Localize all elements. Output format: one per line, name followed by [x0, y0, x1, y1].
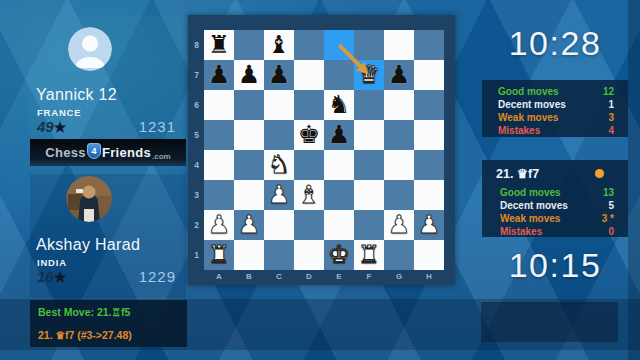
piece-black-knight[interactable]: ♞: [328, 90, 350, 120]
logo-text-com: .com: [152, 152, 171, 166]
stat-value: 13: [603, 187, 614, 199]
rank-label-4: 4: [191, 150, 202, 180]
square-h7[interactable]: [414, 60, 444, 90]
square-d3[interactable]: ♝: [294, 180, 324, 210]
square-e7[interactable]: [324, 60, 354, 90]
rank-label-2: 2: [191, 210, 202, 240]
bottom-right-panel: [481, 302, 618, 342]
piece-white-pawn[interactable]: ♟: [268, 180, 290, 210]
square-b3[interactable]: [234, 180, 264, 210]
square-c1[interactable]: [264, 240, 294, 270]
square-a5[interactable]: [204, 120, 234, 150]
square-e1[interactable]: ♚: [324, 240, 354, 270]
player-name-bottom: Akshay Harad: [36, 236, 182, 254]
square-a4[interactable]: [204, 150, 234, 180]
player-rating-bottom: 1229: [139, 268, 176, 285]
file-label-a: A: [204, 271, 234, 283]
piece-white-pawn[interactable]: ♟: [388, 210, 410, 240]
square-c6[interactable]: [264, 90, 294, 120]
piece-black-pawn[interactable]: ♟: [208, 60, 230, 90]
piece-white-knight[interactable]: ♞: [268, 150, 290, 180]
player-rating-top: 1231: [139, 118, 176, 135]
square-e4[interactable]: [324, 150, 354, 180]
square-b7[interactable]: ♟: [234, 60, 264, 90]
player-photo: [66, 176, 112, 222]
square-g7[interactable]: ♟: [384, 60, 414, 90]
player-card-bottom: Akshay Harad INDIA 16★ 1229: [30, 174, 186, 298]
piece-black-bishop[interactable]: ♝: [268, 30, 290, 60]
piece-black-rook[interactable]: ♜: [208, 30, 230, 60]
square-h4[interactable]: [414, 150, 444, 180]
file-label-c: C: [264, 271, 294, 283]
square-h3[interactable]: [414, 180, 444, 210]
right-edge-strip: [628, 0, 640, 360]
file-label-d: D: [294, 271, 324, 283]
square-c8[interactable]: ♝: [264, 30, 294, 60]
move-stats-panel: 21. ♛f7 Good moves13 Decent moves5 Weak …: [482, 160, 628, 237]
player-avatar-silhouette: [68, 27, 112, 71]
square-c3[interactable]: ♟: [264, 180, 294, 210]
square-f8[interactable]: [354, 30, 384, 60]
stat-value: 3 *: [602, 213, 614, 225]
stats-panel-top: Good moves12 Decent moves1 Weak moves3 M…: [482, 80, 628, 137]
square-f7[interactable]: ♛: [354, 60, 384, 90]
piece-white-pawn[interactable]: ♟: [208, 210, 230, 240]
piece-white-pawn[interactable]: ♟: [418, 210, 440, 240]
file-label-e: E: [324, 271, 354, 283]
square-g5[interactable]: [384, 120, 414, 150]
square-e2[interactable]: [324, 210, 354, 240]
star-icon: ★: [54, 119, 67, 135]
square-a7[interactable]: ♟: [204, 60, 234, 90]
clock-bottom: 10:15: [482, 246, 628, 285]
file-label-f: F: [354, 271, 384, 283]
square-d4[interactable]: [294, 150, 324, 180]
rank-label-3: 3: [191, 180, 202, 210]
square-b6[interactable]: [234, 90, 264, 120]
square-b5[interactable]: [234, 120, 264, 150]
square-c5[interactable]: [264, 120, 294, 150]
player-stars-top: 49★: [37, 118, 66, 135]
player-stars-bottom: 16★: [37, 268, 66, 285]
logo-text-friends: Friends: [102, 145, 151, 160]
rank-label-5: 5: [191, 120, 202, 150]
square-a2[interactable]: ♟: [204, 210, 234, 240]
square-d6[interactable]: [294, 90, 324, 120]
stat-label: Decent moves: [500, 200, 568, 212]
square-c7[interactable]: ♟: [264, 60, 294, 90]
square-d7[interactable]: [294, 60, 324, 90]
piece-white-king[interactable]: ♚: [328, 240, 350, 270]
square-d1[interactable]: [294, 240, 324, 270]
square-e8[interactable]: [324, 30, 354, 60]
square-g2[interactable]: ♟: [384, 210, 414, 240]
square-d8[interactable]: [294, 30, 324, 60]
chess4friends-logo: Chess 4 Friends .com: [30, 139, 186, 166]
square-g6[interactable]: [384, 90, 414, 120]
square-d5[interactable]: ♚: [294, 120, 324, 150]
square-d2[interactable]: [294, 210, 324, 240]
piece-black-pawn[interactable]: ♟: [268, 60, 290, 90]
square-f5[interactable]: [354, 120, 384, 150]
player-card-top: Yannick 12 FRANCE 49★ 1231: [30, 16, 186, 138]
square-a8[interactable]: ♜: [204, 30, 234, 60]
best-move-text: Best Move: 21.♖f5: [38, 306, 179, 318]
piece-white-queen[interactable]: ♛: [358, 60, 380, 90]
piece-white-bishop[interactable]: ♝: [298, 180, 320, 210]
played-move-text: 21. ♛f7 (#3->27.48): [38, 329, 179, 341]
square-f1[interactable]: ♜: [354, 240, 384, 270]
square-e5[interactable]: ♟: [324, 120, 354, 150]
logo-text-chess: Chess: [45, 145, 86, 160]
piece-black-pawn[interactable]: ♟: [388, 60, 410, 90]
logo-shield-icon: 4: [87, 143, 101, 159]
player-country-top: FRANCE: [37, 107, 81, 118]
rank-label-1: 1: [191, 240, 202, 270]
square-g1[interactable]: [384, 240, 414, 270]
square-e6[interactable]: ♞: [324, 90, 354, 120]
file-label-b: B: [234, 271, 264, 283]
square-g8[interactable]: [384, 30, 414, 60]
square-b2[interactable]: ♟: [234, 210, 264, 240]
piece-black-king[interactable]: ♚: [298, 120, 320, 150]
stat-label: Weak moves: [498, 112, 558, 124]
square-f3[interactable]: [354, 180, 384, 210]
square-g3[interactable]: [384, 180, 414, 210]
square-b8[interactable]: [234, 30, 264, 60]
move-title: 21. ♛f7: [496, 166, 539, 181]
stat-label: Good moves: [500, 187, 561, 199]
rank-label-6: 6: [191, 90, 202, 120]
stat-value: 12: [603, 86, 614, 98]
move-indicator-dot: [595, 169, 604, 178]
chess-board: ♜♝♟♟♟♛♟♞♚♟♞♟♝♟♟♟♟♜♚♜ 87654321 ABCDEFGH: [188, 15, 455, 285]
square-h6[interactable]: [414, 90, 444, 120]
square-e3[interactable]: [324, 180, 354, 210]
square-b4[interactable]: [234, 150, 264, 180]
piece-white-rook[interactable]: ♜: [358, 240, 380, 270]
stat-label: Mistakes: [500, 226, 542, 238]
file-label-h: H: [414, 271, 444, 283]
square-f2[interactable]: [354, 210, 384, 240]
square-f6[interactable]: [354, 90, 384, 120]
square-a3[interactable]: [204, 180, 234, 210]
piece-black-pawn[interactable]: ♟: [238, 60, 260, 90]
square-c4[interactable]: ♞: [264, 150, 294, 180]
rank-label-7: 7: [191, 60, 202, 90]
piece-white-pawn[interactable]: ♟: [238, 210, 260, 240]
board-grid: ♜♝♟♟♟♛♟♞♚♟♞♟♝♟♟♟♟♜♚♜: [204, 30, 444, 270]
stat-label: Mistakes: [498, 125, 540, 137]
square-h5[interactable]: [414, 120, 444, 150]
square-g4[interactable]: [384, 150, 414, 180]
clock-top: 10:28: [482, 24, 628, 63]
square-h1[interactable]: [414, 240, 444, 270]
rank-label-8: 8: [191, 30, 202, 60]
player-name-top: Yannick 12: [36, 86, 182, 104]
stat-value: 1: [608, 99, 614, 111]
square-b1[interactable]: [234, 240, 264, 270]
square-h8[interactable]: [414, 30, 444, 60]
stat-value: 4: [608, 125, 614, 137]
square-f4[interactable]: [354, 150, 384, 180]
stat-label: Good moves: [498, 86, 559, 98]
stat-value: 3: [608, 112, 614, 124]
square-a1[interactable]: ♜: [204, 240, 234, 270]
piece-black-pawn[interactable]: ♟: [328, 120, 350, 150]
star-icon: ★: [54, 269, 67, 285]
square-a6[interactable]: [204, 90, 234, 120]
square-h2[interactable]: ♟: [414, 210, 444, 240]
piece-white-rook[interactable]: ♜: [208, 240, 230, 270]
stat-label: Weak moves: [500, 213, 560, 225]
player-country-bottom: INDIA: [37, 257, 67, 268]
file-label-g: G: [384, 271, 414, 283]
square-c2[interactable]: [264, 210, 294, 240]
move-annotation-panel: Best Move: 21.♖f5 21. ♛f7 (#3->27.48): [30, 300, 187, 347]
stat-label: Decent moves: [498, 99, 566, 111]
stat-value: 0: [608, 226, 614, 238]
stat-value: 5: [608, 200, 614, 212]
